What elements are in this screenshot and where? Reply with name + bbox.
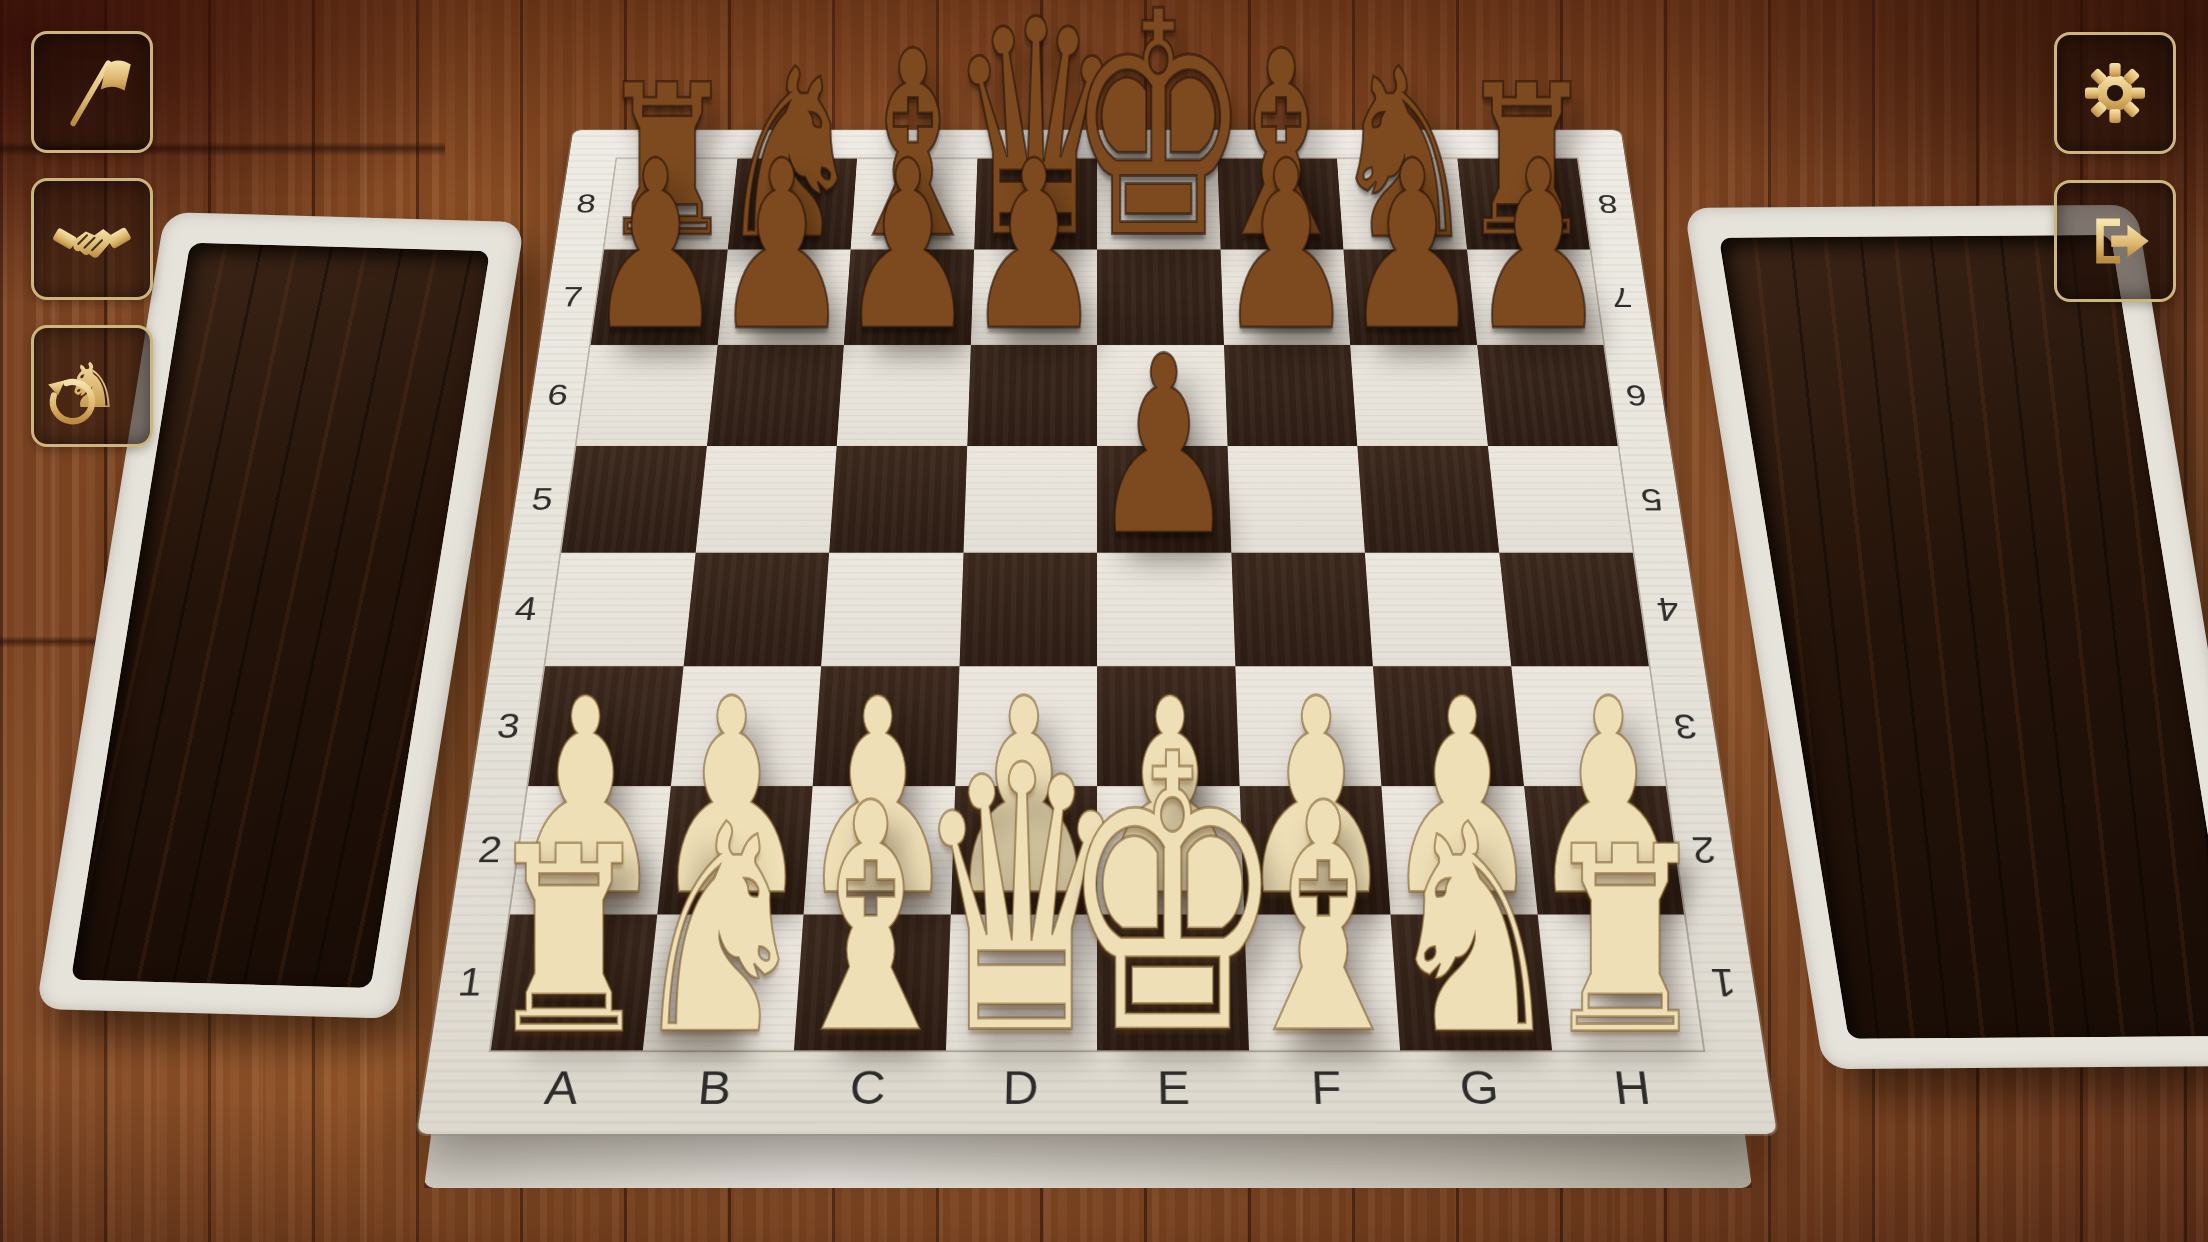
exit-button[interactable]	[2054, 180, 2176, 302]
rank-label-4-right: 4	[1638, 591, 1698, 628]
draw-offer-button[interactable]	[31, 178, 153, 300]
flag-icon	[52, 52, 132, 132]
white-knight-g1[interactable]: ♞	[1382, 788, 1566, 1075]
square-h5[interactable]	[1487, 446, 1632, 553]
exit-icon	[2075, 201, 2155, 281]
rank-label-6-left: 6	[529, 379, 585, 412]
handshake-icon	[52, 199, 132, 279]
rank-label-5-right: 5	[1623, 482, 1681, 517]
square-f5[interactable]	[1227, 446, 1365, 553]
board-edge	[424, 1128, 1752, 1188]
black-pawn-g7[interactable]: ♟	[1343, 130, 1482, 363]
square-g5[interactable]	[1357, 446, 1498, 553]
black-pawn-h7[interactable]: ♟	[1469, 130, 1608, 363]
white-rook-h1[interactable]: ♜	[1540, 813, 1711, 1070]
black-pawn-c7[interactable]: ♟	[838, 130, 977, 363]
square-b5[interactable]	[695, 446, 836, 553]
undo-move-button[interactable]: ♞	[31, 325, 153, 447]
gear-icon	[2075, 53, 2155, 133]
rank-label-4-left: 4	[496, 591, 556, 628]
black-pawn-b7[interactable]: ♟	[712, 130, 851, 363]
black-pawn-d7[interactable]: ♟	[964, 130, 1103, 363]
square-c5[interactable]	[829, 446, 967, 553]
black-pawn-e5[interactable]: ♟	[1090, 325, 1237, 571]
rank-label-5-left: 5	[513, 482, 571, 517]
black-pawn-a7[interactable]: ♟	[586, 130, 725, 363]
square-a5[interactable]	[561, 446, 706, 553]
square-d5[interactable]	[963, 446, 1097, 553]
resign-button[interactable]	[31, 31, 153, 153]
undo-arrow-icon	[44, 376, 100, 432]
rank-label-6-right: 6	[1608, 379, 1664, 412]
black-pawn-f7[interactable]: ♟	[1217, 130, 1356, 363]
settings-button[interactable]	[2054, 32, 2176, 154]
